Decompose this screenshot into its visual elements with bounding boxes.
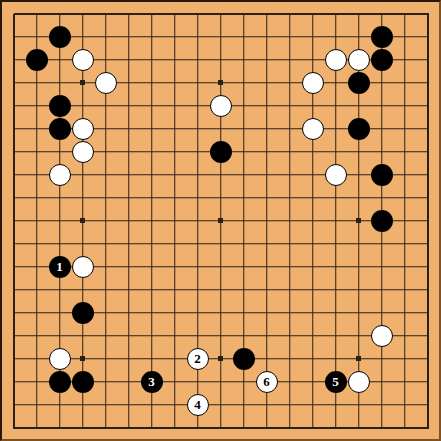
- board-cell[interactable]: [140, 140, 163, 163]
- board-cell[interactable]: [117, 232, 140, 255]
- board-cell[interactable]: [209, 301, 232, 324]
- board-cell[interactable]: [186, 324, 209, 347]
- board-cell[interactable]: [416, 2, 439, 25]
- board-cell[interactable]: [232, 117, 255, 140]
- board-cell[interactable]: [140, 94, 163, 117]
- board-cell[interactable]: [393, 278, 416, 301]
- board-cell[interactable]: ○6: [255, 370, 278, 393]
- board-cell[interactable]: [117, 163, 140, 186]
- board-cell[interactable]: ●: [370, 48, 393, 71]
- board-cell[interactable]: [2, 186, 25, 209]
- board-cell[interactable]: [324, 347, 347, 370]
- board-cell[interactable]: [2, 163, 25, 186]
- board-cell[interactable]: [278, 94, 301, 117]
- board-cell[interactable]: [370, 301, 393, 324]
- board-cell[interactable]: [416, 324, 439, 347]
- board-cell[interactable]: [163, 117, 186, 140]
- board-cell[interactable]: [25, 324, 48, 347]
- board-cell[interactable]: [94, 324, 117, 347]
- board-cell[interactable]: [324, 232, 347, 255]
- board-cell[interactable]: [163, 2, 186, 25]
- board-cell[interactable]: [255, 393, 278, 416]
- board-cell[interactable]: [140, 163, 163, 186]
- board-cell[interactable]: [393, 140, 416, 163]
- board-cell[interactable]: [25, 301, 48, 324]
- board-cell[interactable]: [71, 94, 94, 117]
- board-cell[interactable]: [48, 416, 71, 439]
- board-cell[interactable]: [186, 117, 209, 140]
- board-cell[interactable]: [393, 324, 416, 347]
- board-cell[interactable]: [255, 232, 278, 255]
- board-cell[interactable]: [2, 324, 25, 347]
- board-cell[interactable]: [25, 370, 48, 393]
- board-cell[interactable]: ●: [370, 25, 393, 48]
- board-cell[interactable]: [324, 186, 347, 209]
- board-cell[interactable]: [48, 278, 71, 301]
- board-cell[interactable]: [232, 393, 255, 416]
- board-cell[interactable]: [232, 2, 255, 25]
- board-cell[interactable]: [347, 186, 370, 209]
- board-cell[interactable]: [186, 71, 209, 94]
- board-cell[interactable]: [370, 140, 393, 163]
- board-cell[interactable]: ○: [71, 140, 94, 163]
- board-cell[interactable]: [301, 324, 324, 347]
- board-cell[interactable]: [347, 255, 370, 278]
- board-cell[interactable]: [140, 117, 163, 140]
- board-cell[interactable]: [347, 301, 370, 324]
- board-cell[interactable]: [71, 163, 94, 186]
- board-cell[interactable]: [2, 370, 25, 393]
- board-cell[interactable]: [94, 2, 117, 25]
- board-cell[interactable]: [163, 255, 186, 278]
- board-cell[interactable]: ○: [301, 71, 324, 94]
- board-cell[interactable]: [2, 94, 25, 117]
- board-cell[interactable]: [186, 2, 209, 25]
- board-cell[interactable]: [94, 186, 117, 209]
- board-cell[interactable]: [324, 209, 347, 232]
- board-cell[interactable]: [209, 209, 232, 232]
- board-cell[interactable]: [117, 117, 140, 140]
- board-cell[interactable]: [393, 347, 416, 370]
- board-cell[interactable]: [71, 209, 94, 232]
- board-cell[interactable]: [71, 232, 94, 255]
- board-cell[interactable]: [71, 25, 94, 48]
- board-cell[interactable]: [301, 163, 324, 186]
- board-cell[interactable]: [301, 48, 324, 71]
- board-cell[interactable]: [163, 163, 186, 186]
- board-cell[interactable]: [232, 71, 255, 94]
- board-cell[interactable]: [301, 278, 324, 301]
- board-cell[interactable]: [370, 186, 393, 209]
- board-cell[interactable]: [25, 416, 48, 439]
- board-cell[interactable]: [117, 416, 140, 439]
- board-cell[interactable]: ○: [301, 117, 324, 140]
- board-cell[interactable]: [209, 25, 232, 48]
- board-cell[interactable]: [94, 94, 117, 117]
- board-cell[interactable]: [140, 25, 163, 48]
- board-cell[interactable]: [48, 140, 71, 163]
- board-cell[interactable]: ●: [25, 48, 48, 71]
- board-cell[interactable]: [416, 255, 439, 278]
- board-cell[interactable]: [301, 416, 324, 439]
- board-cell[interactable]: [301, 94, 324, 117]
- board-cell[interactable]: [25, 393, 48, 416]
- board-cell[interactable]: [370, 347, 393, 370]
- board-cell[interactable]: [416, 416, 439, 439]
- board-cell[interactable]: [186, 209, 209, 232]
- board-cell[interactable]: [117, 2, 140, 25]
- board-cell[interactable]: [163, 393, 186, 416]
- board-cell[interactable]: [393, 186, 416, 209]
- board-cell[interactable]: [140, 48, 163, 71]
- board-cell[interactable]: [140, 301, 163, 324]
- board-cell[interactable]: [2, 71, 25, 94]
- board-cell[interactable]: [71, 416, 94, 439]
- board-cell[interactable]: [117, 71, 140, 94]
- board-cell[interactable]: [278, 117, 301, 140]
- board-cell[interactable]: [140, 278, 163, 301]
- board-cell[interactable]: [416, 71, 439, 94]
- board-cell[interactable]: [370, 393, 393, 416]
- board-cell[interactable]: [278, 209, 301, 232]
- board-cell[interactable]: [48, 48, 71, 71]
- board-cell[interactable]: [94, 25, 117, 48]
- board-cell[interactable]: [255, 186, 278, 209]
- board-cell[interactable]: [324, 255, 347, 278]
- board-cell[interactable]: [25, 278, 48, 301]
- board-cell[interactable]: [25, 186, 48, 209]
- board-cell[interactable]: [140, 255, 163, 278]
- board-cell[interactable]: [324, 324, 347, 347]
- board-cell[interactable]: [278, 25, 301, 48]
- board-cell[interactable]: [2, 232, 25, 255]
- board-cell[interactable]: [2, 140, 25, 163]
- board-cell[interactable]: [255, 163, 278, 186]
- board-cell[interactable]: [186, 186, 209, 209]
- board-cell[interactable]: [278, 324, 301, 347]
- board-cell[interactable]: [370, 416, 393, 439]
- board-cell[interactable]: [416, 347, 439, 370]
- board-cell[interactable]: [140, 209, 163, 232]
- board-cell[interactable]: [25, 2, 48, 25]
- board-cell[interactable]: [71, 393, 94, 416]
- board-cell[interactable]: [232, 209, 255, 232]
- board-cell[interactable]: [232, 416, 255, 439]
- board-cell[interactable]: [140, 416, 163, 439]
- board-cell[interactable]: [117, 324, 140, 347]
- board-cell[interactable]: [232, 25, 255, 48]
- board-cell[interactable]: [416, 278, 439, 301]
- board-cell[interactable]: [163, 232, 186, 255]
- board-cell[interactable]: ○: [48, 163, 71, 186]
- board-cell[interactable]: ●: [71, 301, 94, 324]
- board-cell[interactable]: [163, 416, 186, 439]
- board-cell[interactable]: [347, 416, 370, 439]
- board-cell[interactable]: [2, 255, 25, 278]
- board-cell[interactable]: [71, 347, 94, 370]
- board-cell[interactable]: [324, 140, 347, 163]
- board-cell[interactable]: [25, 117, 48, 140]
- board-cell[interactable]: [163, 140, 186, 163]
- board-cell[interactable]: [94, 416, 117, 439]
- board-cell[interactable]: ○: [347, 48, 370, 71]
- board-cell[interactable]: [163, 278, 186, 301]
- board-cell[interactable]: [209, 324, 232, 347]
- board-cell[interactable]: [186, 94, 209, 117]
- board-cell[interactable]: ○4: [186, 393, 209, 416]
- board-cell[interactable]: [163, 48, 186, 71]
- board-cell[interactable]: [370, 94, 393, 117]
- board-cell[interactable]: [301, 255, 324, 278]
- board-cell[interactable]: [347, 278, 370, 301]
- board-cell[interactable]: [186, 370, 209, 393]
- board-cell[interactable]: [393, 255, 416, 278]
- board-cell[interactable]: [255, 117, 278, 140]
- board-cell[interactable]: ○: [48, 347, 71, 370]
- board-cell[interactable]: [94, 209, 117, 232]
- board-cell[interactable]: [232, 94, 255, 117]
- board-cell[interactable]: [209, 163, 232, 186]
- board-cell[interactable]: [186, 25, 209, 48]
- board-cell[interactable]: [393, 2, 416, 25]
- board-cell[interactable]: [71, 278, 94, 301]
- board-cell[interactable]: [94, 232, 117, 255]
- board-cell[interactable]: [393, 301, 416, 324]
- board-cell[interactable]: [71, 2, 94, 25]
- board-cell[interactable]: [255, 94, 278, 117]
- board-cell[interactable]: ●: [48, 370, 71, 393]
- board-cell[interactable]: [278, 48, 301, 71]
- board-cell[interactable]: ●: [209, 140, 232, 163]
- board-cell[interactable]: [186, 163, 209, 186]
- board-cell[interactable]: [416, 140, 439, 163]
- board-cell[interactable]: ●5: [324, 370, 347, 393]
- board-cell[interactable]: [347, 232, 370, 255]
- board-cell[interactable]: [255, 416, 278, 439]
- board-cell[interactable]: [324, 301, 347, 324]
- board-cell[interactable]: [278, 416, 301, 439]
- board-cell[interactable]: [324, 117, 347, 140]
- board-cell[interactable]: [301, 232, 324, 255]
- board-cell[interactable]: [209, 186, 232, 209]
- board-cell[interactable]: [163, 347, 186, 370]
- board-cell[interactable]: [393, 232, 416, 255]
- board-cell[interactable]: [324, 94, 347, 117]
- board-cell[interactable]: [416, 48, 439, 71]
- board-cell[interactable]: [186, 232, 209, 255]
- board-cell[interactable]: [25, 94, 48, 117]
- board-cell[interactable]: [94, 255, 117, 278]
- board-cell[interactable]: [163, 25, 186, 48]
- board-cell[interactable]: [71, 71, 94, 94]
- board-cell[interactable]: [232, 186, 255, 209]
- board-cell[interactable]: [255, 301, 278, 324]
- board-cell[interactable]: [324, 71, 347, 94]
- board-cell[interactable]: ●: [48, 94, 71, 117]
- board-cell[interactable]: [232, 255, 255, 278]
- board-cell[interactable]: [301, 301, 324, 324]
- board-cell[interactable]: [2, 48, 25, 71]
- board-cell[interactable]: ○: [370, 324, 393, 347]
- board-cell[interactable]: [347, 140, 370, 163]
- board-cell[interactable]: [416, 25, 439, 48]
- board-cell[interactable]: [209, 48, 232, 71]
- board-cell[interactable]: [2, 2, 25, 25]
- board-cell[interactable]: [48, 186, 71, 209]
- board-cell[interactable]: [48, 209, 71, 232]
- board-cell[interactable]: [301, 209, 324, 232]
- board-cell[interactable]: ○: [71, 117, 94, 140]
- board-cell[interactable]: ●: [347, 117, 370, 140]
- board-cell[interactable]: [416, 301, 439, 324]
- board-cell[interactable]: [117, 393, 140, 416]
- board-cell[interactable]: [71, 186, 94, 209]
- board-cell[interactable]: [278, 232, 301, 255]
- board-cell[interactable]: ●: [347, 71, 370, 94]
- board-cell[interactable]: [301, 393, 324, 416]
- board-cell[interactable]: [48, 2, 71, 25]
- board-cell[interactable]: [25, 209, 48, 232]
- board-cell[interactable]: [301, 347, 324, 370]
- board-cell[interactable]: [94, 393, 117, 416]
- board-cell[interactable]: [278, 2, 301, 25]
- board-cell[interactable]: [301, 370, 324, 393]
- board-cell[interactable]: [416, 370, 439, 393]
- board-cell[interactable]: [301, 186, 324, 209]
- board-cell[interactable]: [25, 140, 48, 163]
- board-cell[interactable]: [232, 140, 255, 163]
- board-cell[interactable]: [117, 48, 140, 71]
- board-cell[interactable]: [232, 301, 255, 324]
- board-cell[interactable]: [140, 71, 163, 94]
- board-cell[interactable]: [94, 117, 117, 140]
- board-cell[interactable]: [186, 278, 209, 301]
- board-cell[interactable]: [117, 209, 140, 232]
- board-cell[interactable]: [163, 71, 186, 94]
- board-cell[interactable]: [25, 347, 48, 370]
- board-cell[interactable]: [209, 347, 232, 370]
- board-cell[interactable]: [117, 255, 140, 278]
- board-cell[interactable]: [416, 393, 439, 416]
- board-cell[interactable]: [347, 324, 370, 347]
- board-cell[interactable]: [255, 255, 278, 278]
- board-cell[interactable]: [370, 370, 393, 393]
- board-cell[interactable]: [278, 71, 301, 94]
- board-cell[interactable]: ●: [48, 25, 71, 48]
- board-cell[interactable]: [416, 163, 439, 186]
- board-cell[interactable]: [71, 324, 94, 347]
- board-cell[interactable]: [370, 255, 393, 278]
- board-cell[interactable]: [163, 324, 186, 347]
- board-cell[interactable]: [209, 370, 232, 393]
- board-cell[interactable]: [163, 370, 186, 393]
- board-cell[interactable]: [301, 25, 324, 48]
- board-cell[interactable]: [209, 2, 232, 25]
- board-cell[interactable]: [347, 393, 370, 416]
- board-cell[interactable]: [163, 301, 186, 324]
- board-cell[interactable]: ○: [71, 255, 94, 278]
- board-cell[interactable]: [117, 370, 140, 393]
- board-cell[interactable]: [48, 232, 71, 255]
- board-cell[interactable]: [278, 370, 301, 393]
- board-cell[interactable]: [25, 163, 48, 186]
- board-cell[interactable]: [324, 416, 347, 439]
- board-cell[interactable]: [117, 301, 140, 324]
- board-cell[interactable]: [347, 209, 370, 232]
- board-cell[interactable]: [140, 186, 163, 209]
- board-cell[interactable]: [117, 278, 140, 301]
- board-cell[interactable]: [416, 186, 439, 209]
- board-cell[interactable]: [278, 301, 301, 324]
- board-cell[interactable]: ●1: [48, 255, 71, 278]
- board-cell[interactable]: [324, 2, 347, 25]
- board-cell[interactable]: [209, 71, 232, 94]
- board-cell[interactable]: [186, 301, 209, 324]
- board-cell[interactable]: ●: [48, 117, 71, 140]
- board-cell[interactable]: [255, 48, 278, 71]
- board-cell[interactable]: [48, 301, 71, 324]
- board-cell[interactable]: [186, 416, 209, 439]
- board-cell[interactable]: [393, 370, 416, 393]
- board-cell[interactable]: [255, 324, 278, 347]
- board-cell[interactable]: [94, 163, 117, 186]
- board-cell[interactable]: [301, 140, 324, 163]
- board-cell[interactable]: ○2: [186, 347, 209, 370]
- board-cell[interactable]: [324, 393, 347, 416]
- board-cell[interactable]: [186, 255, 209, 278]
- board-cell[interactable]: [370, 2, 393, 25]
- board-cell[interactable]: [393, 48, 416, 71]
- board-cell[interactable]: [393, 209, 416, 232]
- board-cell[interactable]: ○: [71, 48, 94, 71]
- board-cell[interactable]: [25, 232, 48, 255]
- board-cell[interactable]: [2, 393, 25, 416]
- board-cell[interactable]: [324, 278, 347, 301]
- board-cell[interactable]: [2, 347, 25, 370]
- board-cell[interactable]: [117, 25, 140, 48]
- board-cell[interactable]: [94, 48, 117, 71]
- board-cell[interactable]: [347, 163, 370, 186]
- board-cell[interactable]: [117, 186, 140, 209]
- board-cell[interactable]: [370, 232, 393, 255]
- board-cell[interactable]: [278, 255, 301, 278]
- board-cell[interactable]: [163, 94, 186, 117]
- board-cell[interactable]: [255, 25, 278, 48]
- board-cell[interactable]: [209, 278, 232, 301]
- board-cell[interactable]: [94, 301, 117, 324]
- board-cell[interactable]: ●: [370, 163, 393, 186]
- board-cell[interactable]: ○: [94, 71, 117, 94]
- board-cell[interactable]: [232, 278, 255, 301]
- board-cell[interactable]: [416, 94, 439, 117]
- board-cell[interactable]: [232, 370, 255, 393]
- board-cell[interactable]: [2, 25, 25, 48]
- board-cell[interactable]: [278, 163, 301, 186]
- board-cell[interactable]: [370, 117, 393, 140]
- board-cell[interactable]: [140, 2, 163, 25]
- board-cell[interactable]: [25, 25, 48, 48]
- board-cell[interactable]: [140, 393, 163, 416]
- board-cell[interactable]: [393, 416, 416, 439]
- board-cell[interactable]: [278, 347, 301, 370]
- board-cell[interactable]: ○: [324, 48, 347, 71]
- board-cell[interactable]: [393, 117, 416, 140]
- board-cell[interactable]: [255, 2, 278, 25]
- board-cell[interactable]: [232, 163, 255, 186]
- board-cell[interactable]: [48, 324, 71, 347]
- board-cell[interactable]: [48, 71, 71, 94]
- board-cell[interactable]: [163, 209, 186, 232]
